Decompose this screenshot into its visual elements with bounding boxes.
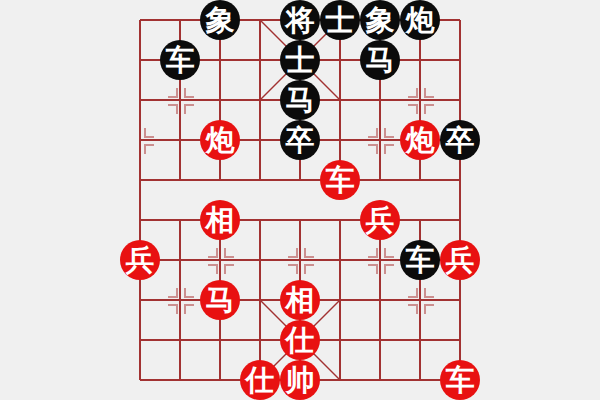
point-marker	[368, 128, 378, 138]
piece-black-cannon[interactable]: 炮	[400, 0, 440, 40]
point-marker	[304, 264, 314, 274]
point-marker	[304, 248, 314, 258]
point-marker	[288, 264, 298, 274]
piece-red-soldier[interactable]: 兵	[360, 200, 400, 240]
piece-black-advisor[interactable]: 士	[320, 0, 360, 40]
point-marker	[288, 248, 298, 258]
point-marker	[424, 88, 434, 98]
point-marker	[368, 264, 378, 274]
point-marker	[168, 304, 178, 314]
point-marker	[144, 128, 154, 138]
point-marker	[384, 128, 394, 138]
piece-red-chariot[interactable]: 车	[320, 160, 360, 200]
piece-red-chariot[interactable]: 车	[440, 360, 480, 400]
xiangqi-app: 象将士象炮车士马马炮卒炮卒车相兵兵车兵马相仕仕帅车	[0, 0, 600, 400]
point-marker	[368, 144, 378, 154]
piece-red-elephant[interactable]: 相	[280, 280, 320, 320]
point-marker	[184, 304, 194, 314]
point-marker	[384, 248, 394, 258]
piece-red-cannon[interactable]: 炮	[400, 120, 440, 160]
point-marker	[168, 288, 178, 298]
piece-black-soldier[interactable]: 卒	[280, 120, 320, 160]
point-marker	[168, 104, 178, 114]
point-marker	[408, 288, 418, 298]
piece-red-soldier[interactable]: 兵	[120, 240, 160, 280]
point-marker	[424, 304, 434, 314]
point-marker	[368, 248, 378, 258]
point-marker	[168, 88, 178, 98]
piece-red-cannon[interactable]: 炮	[200, 120, 240, 160]
xiangqi-board[interactable]: 象将士象炮车士马马炮卒炮卒车相兵兵车兵马相仕仕帅车	[0, 0, 600, 400]
piece-red-elephant[interactable]: 相	[200, 200, 240, 240]
point-marker	[208, 248, 218, 258]
piece-red-soldier[interactable]: 兵	[440, 240, 480, 280]
point-marker	[424, 104, 434, 114]
point-marker	[184, 288, 194, 298]
piece-black-soldier[interactable]: 卒	[440, 120, 480, 160]
piece-red-advisor[interactable]: 仕	[280, 320, 320, 360]
piece-black-horse[interactable]: 马	[280, 80, 320, 120]
point-marker	[224, 248, 234, 258]
point-marker	[224, 264, 234, 274]
point-marker	[424, 288, 434, 298]
point-marker	[408, 304, 418, 314]
point-marker	[408, 104, 418, 114]
piece-red-horse[interactable]: 马	[200, 280, 240, 320]
piece-red-general[interactable]: 帅	[280, 360, 320, 400]
point-marker	[384, 144, 394, 154]
point-marker	[208, 264, 218, 274]
piece-black-chariot[interactable]: 车	[160, 40, 200, 80]
piece-black-chariot[interactable]: 车	[400, 240, 440, 280]
piece-black-general[interactable]: 将	[280, 0, 320, 40]
point-marker	[408, 88, 418, 98]
piece-black-elephant[interactable]: 象	[200, 0, 240, 40]
piece-black-advisor[interactable]: 士	[280, 40, 320, 80]
piece-red-advisor[interactable]: 仕	[240, 360, 280, 400]
piece-black-horse[interactable]: 马	[360, 40, 400, 80]
point-marker	[144, 144, 154, 154]
point-marker	[184, 88, 194, 98]
point-marker	[384, 264, 394, 274]
piece-black-elephant[interactable]: 象	[360, 0, 400, 40]
point-marker	[184, 104, 194, 114]
